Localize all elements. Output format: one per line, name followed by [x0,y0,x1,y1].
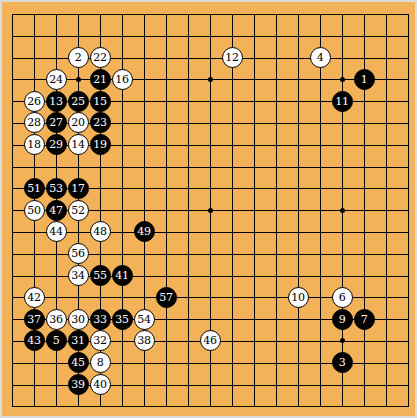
intersection[interactable] [177,68,199,90]
intersection[interactable]: 42 [23,286,45,308]
intersection[interactable] [353,395,375,417]
intersection[interactable] [177,286,199,308]
intersection[interactable] [353,112,375,134]
intersection[interactable] [111,352,133,374]
intersection[interactable] [375,243,397,265]
intersection[interactable]: 47 [45,199,67,221]
intersection[interactable] [287,265,309,287]
intersection[interactable] [111,221,133,243]
intersection[interactable] [375,221,397,243]
intersection[interactable] [199,352,221,374]
intersection[interactable]: 9 [331,308,353,330]
intersection[interactable] [375,68,397,90]
intersection[interactable] [45,243,67,265]
intersection[interactable] [397,156,417,178]
intersection[interactable] [287,177,309,199]
intersection[interactable] [353,25,375,47]
intersection[interactable] [265,374,287,396]
intersection[interactable] [155,25,177,47]
intersection[interactable] [287,221,309,243]
intersection[interactable] [111,177,133,199]
intersection[interactable] [23,352,45,374]
intersection[interactable] [375,47,397,69]
intersection[interactable]: 51 [23,177,45,199]
intersection[interactable] [265,47,287,69]
intersection[interactable] [309,177,331,199]
intersection[interactable] [287,352,309,374]
intersection[interactable]: 14 [67,134,89,156]
intersection[interactable] [89,243,111,265]
intersection[interactable] [309,243,331,265]
intersection[interactable]: 23 [89,112,111,134]
intersection[interactable] [309,352,331,374]
intersection[interactable] [1,68,23,90]
intersection[interactable] [221,177,243,199]
intersection[interactable] [89,25,111,47]
intersection[interactable] [221,90,243,112]
intersection[interactable] [199,90,221,112]
intersection[interactable]: 3 [331,352,353,374]
intersection[interactable] [397,134,417,156]
intersection[interactable] [397,286,417,308]
intersection[interactable]: 45 [67,352,89,374]
intersection[interactable]: 36 [45,308,67,330]
intersection[interactable] [243,90,265,112]
intersection[interactable]: 22 [89,47,111,69]
intersection[interactable] [177,243,199,265]
intersection[interactable]: 11 [331,90,353,112]
intersection[interactable]: 25 [67,90,89,112]
intersection[interactable] [1,374,23,396]
intersection[interactable] [353,3,375,25]
intersection[interactable]: 57 [155,286,177,308]
intersection[interactable] [177,374,199,396]
intersection[interactable] [287,68,309,90]
intersection[interactable] [331,199,353,221]
intersection[interactable]: 37 [23,308,45,330]
intersection[interactable] [111,3,133,25]
intersection[interactable]: 50 [23,199,45,221]
intersection[interactable]: 15 [89,90,111,112]
intersection[interactable] [221,221,243,243]
intersection[interactable] [1,265,23,287]
intersection[interactable] [243,156,265,178]
intersection[interactable] [375,25,397,47]
intersection[interactable] [243,265,265,287]
intersection[interactable] [111,134,133,156]
intersection[interactable] [331,330,353,352]
intersection[interactable] [265,308,287,330]
intersection[interactable] [375,395,397,417]
intersection[interactable] [375,112,397,134]
intersection[interactable] [177,156,199,178]
intersection[interactable] [1,308,23,330]
intersection[interactable] [221,156,243,178]
intersection[interactable] [287,90,309,112]
intersection[interactable] [353,265,375,287]
intersection[interactable] [309,134,331,156]
intersection[interactable] [221,395,243,417]
intersection[interactable]: 28 [23,112,45,134]
intersection[interactable] [265,90,287,112]
intersection[interactable] [177,308,199,330]
intersection[interactable] [177,47,199,69]
intersection[interactable] [265,265,287,287]
intersection[interactable] [397,395,417,417]
intersection[interactable] [45,265,67,287]
intersection[interactable] [155,68,177,90]
intersection[interactable]: 34 [67,265,89,287]
intersection[interactable] [23,3,45,25]
intersection[interactable] [155,374,177,396]
intersection[interactable] [375,374,397,396]
intersection[interactable]: 7 [353,308,375,330]
intersection[interactable] [199,286,221,308]
intersection[interactable]: 13 [45,90,67,112]
intersection[interactable] [177,265,199,287]
intersection[interactable] [133,199,155,221]
intersection[interactable] [265,156,287,178]
intersection[interactable] [199,308,221,330]
intersection[interactable] [265,112,287,134]
intersection[interactable] [243,112,265,134]
intersection[interactable] [133,68,155,90]
intersection[interactable] [111,112,133,134]
intersection[interactable] [375,199,397,221]
intersection[interactable] [243,221,265,243]
intersection[interactable] [331,3,353,25]
intersection[interactable] [45,25,67,47]
intersection[interactable] [309,68,331,90]
intersection[interactable]: 32 [89,330,111,352]
intersection[interactable] [221,243,243,265]
intersection[interactable] [353,199,375,221]
intersection[interactable] [265,352,287,374]
intersection[interactable] [221,25,243,47]
intersection[interactable] [309,25,331,47]
intersection[interactable] [67,3,89,25]
intersection[interactable] [309,265,331,287]
intersection[interactable] [111,47,133,69]
intersection[interactable]: 16 [111,68,133,90]
intersection[interactable] [199,134,221,156]
intersection[interactable] [111,286,133,308]
intersection[interactable] [221,308,243,330]
intersection[interactable] [155,3,177,25]
intersection[interactable] [375,177,397,199]
intersection[interactable] [221,112,243,134]
intersection[interactable] [89,199,111,221]
intersection[interactable] [155,243,177,265]
intersection[interactable] [89,156,111,178]
intersection[interactable] [23,25,45,47]
intersection[interactable] [353,243,375,265]
intersection[interactable] [221,68,243,90]
intersection[interactable] [397,243,417,265]
intersection[interactable] [133,395,155,417]
intersection[interactable] [177,352,199,374]
intersection[interactable] [243,395,265,417]
intersection[interactable] [375,134,397,156]
intersection[interactable] [111,156,133,178]
intersection[interactable]: 2 [67,47,89,69]
intersection[interactable] [177,177,199,199]
intersection[interactable] [199,265,221,287]
intersection[interactable] [133,177,155,199]
intersection[interactable] [1,243,23,265]
intersection[interactable] [133,90,155,112]
intersection[interactable] [133,374,155,396]
intersection[interactable] [133,47,155,69]
intersection[interactable]: 4 [309,47,331,69]
intersection[interactable]: 48 [89,221,111,243]
intersection[interactable] [397,25,417,47]
intersection[interactable] [309,90,331,112]
intersection[interactable] [67,25,89,47]
intersection[interactable] [375,156,397,178]
intersection[interactable] [309,112,331,134]
intersection[interactable] [23,47,45,69]
intersection[interactable] [1,3,23,25]
intersection[interactable] [111,243,133,265]
intersection[interactable] [133,25,155,47]
intersection[interactable] [199,47,221,69]
intersection[interactable] [133,3,155,25]
intersection[interactable] [265,25,287,47]
intersection[interactable] [375,3,397,25]
intersection[interactable] [265,286,287,308]
intersection[interactable]: 53 [45,177,67,199]
intersection[interactable] [155,395,177,417]
intersection[interactable] [199,68,221,90]
intersection[interactable] [177,90,199,112]
intersection[interactable] [375,352,397,374]
intersection[interactable] [133,134,155,156]
intersection[interactable] [221,374,243,396]
intersection[interactable] [67,221,89,243]
intersection[interactable] [287,243,309,265]
intersection[interactable] [45,352,67,374]
intersection[interactable] [331,47,353,69]
intersection[interactable] [45,395,67,417]
intersection[interactable] [155,265,177,287]
intersection[interactable] [287,25,309,47]
intersection[interactable] [397,3,417,25]
intersection[interactable] [1,134,23,156]
intersection[interactable] [331,112,353,134]
intersection[interactable]: 20 [67,112,89,134]
intersection[interactable] [155,177,177,199]
intersection[interactable] [397,112,417,134]
intersection[interactable] [309,286,331,308]
intersection[interactable] [1,47,23,69]
intersection[interactable] [265,177,287,199]
intersection[interactable] [287,3,309,25]
intersection[interactable] [177,3,199,25]
intersection[interactable]: 52 [67,199,89,221]
intersection[interactable] [1,395,23,417]
intersection[interactable] [243,134,265,156]
intersection[interactable]: 1 [353,68,375,90]
intersection[interactable] [287,47,309,69]
intersection[interactable] [199,112,221,134]
intersection[interactable]: 39 [67,374,89,396]
intersection[interactable] [67,286,89,308]
intersection[interactable] [133,156,155,178]
intersection[interactable] [133,243,155,265]
intersection[interactable] [1,25,23,47]
intersection[interactable] [45,374,67,396]
intersection[interactable] [397,308,417,330]
intersection[interactable]: 26 [23,90,45,112]
intersection[interactable] [23,265,45,287]
intersection[interactable]: 24 [45,68,67,90]
intersection[interactable] [331,395,353,417]
intersection[interactable] [155,134,177,156]
intersection[interactable]: 12 [221,47,243,69]
intersection[interactable] [353,156,375,178]
intersection[interactable] [155,90,177,112]
intersection[interactable] [1,90,23,112]
intersection[interactable] [243,199,265,221]
intersection[interactable] [23,221,45,243]
intersection[interactable] [155,112,177,134]
intersection[interactable] [155,47,177,69]
intersection[interactable] [1,330,23,352]
intersection[interactable] [221,286,243,308]
intersection[interactable]: 38 [133,330,155,352]
intersection[interactable] [265,199,287,221]
intersection[interactable] [111,330,133,352]
intersection[interactable] [177,134,199,156]
intersection[interactable] [287,308,309,330]
intersection[interactable] [89,286,111,308]
intersection[interactable] [331,265,353,287]
intersection[interactable] [353,286,375,308]
intersection[interactable] [199,374,221,396]
intersection[interactable]: 10 [287,286,309,308]
intersection[interactable] [265,3,287,25]
intersection[interactable] [397,68,417,90]
intersection[interactable] [265,221,287,243]
intersection[interactable] [353,374,375,396]
intersection[interactable]: 46 [199,330,221,352]
intersection[interactable] [309,199,331,221]
intersection[interactable] [397,199,417,221]
intersection[interactable] [375,308,397,330]
intersection[interactable] [155,221,177,243]
intersection[interactable] [1,199,23,221]
intersection[interactable] [353,177,375,199]
intersection[interactable] [67,156,89,178]
intersection[interactable] [397,90,417,112]
intersection[interactable] [133,112,155,134]
intersection[interactable] [243,68,265,90]
intersection[interactable] [287,199,309,221]
intersection[interactable]: 33 [89,308,111,330]
intersection[interactable]: 56 [67,243,89,265]
intersection[interactable]: 44 [45,221,67,243]
intersection[interactable]: 54 [133,308,155,330]
intersection[interactable] [243,352,265,374]
intersection[interactable] [1,286,23,308]
intersection[interactable] [23,156,45,178]
intersection[interactable] [397,352,417,374]
intersection[interactable] [177,395,199,417]
intersection[interactable] [397,47,417,69]
intersection[interactable] [309,395,331,417]
intersection[interactable] [89,177,111,199]
intersection[interactable] [331,374,353,396]
intersection[interactable] [111,90,133,112]
intersection[interactable] [23,374,45,396]
intersection[interactable] [287,156,309,178]
intersection[interactable] [155,156,177,178]
intersection[interactable] [243,243,265,265]
intersection[interactable] [177,112,199,134]
intersection[interactable] [221,199,243,221]
intersection[interactable] [199,243,221,265]
intersection[interactable] [221,3,243,25]
intersection[interactable] [353,352,375,374]
intersection[interactable] [353,90,375,112]
intersection[interactable]: 5 [45,330,67,352]
intersection[interactable] [177,25,199,47]
intersection[interactable] [331,25,353,47]
intersection[interactable]: 18 [23,134,45,156]
intersection[interactable] [331,243,353,265]
intersection[interactable] [309,3,331,25]
intersection[interactable]: 6 [331,286,353,308]
intersection[interactable] [287,134,309,156]
intersection[interactable] [375,286,397,308]
intersection[interactable] [287,395,309,417]
intersection[interactable] [397,177,417,199]
intersection[interactable] [353,330,375,352]
intersection[interactable] [309,330,331,352]
intersection[interactable] [67,68,89,90]
intersection[interactable]: 31 [67,330,89,352]
intersection[interactable] [397,330,417,352]
intersection[interactable] [199,3,221,25]
intersection[interactable] [265,243,287,265]
intersection[interactable]: 35 [111,308,133,330]
intersection[interactable] [199,221,221,243]
intersection[interactable]: 30 [67,308,89,330]
intersection[interactable] [1,221,23,243]
intersection[interactable] [375,330,397,352]
intersection[interactable] [243,308,265,330]
intersection[interactable] [221,134,243,156]
intersection[interactable] [331,156,353,178]
intersection[interactable] [265,134,287,156]
intersection[interactable] [265,395,287,417]
intersection[interactable] [243,286,265,308]
intersection[interactable] [221,265,243,287]
intersection[interactable]: 8 [89,352,111,374]
intersection[interactable] [243,3,265,25]
intersection[interactable] [89,3,111,25]
intersection[interactable] [155,330,177,352]
intersection[interactable] [353,221,375,243]
intersection[interactable] [111,199,133,221]
intersection[interactable] [177,199,199,221]
intersection[interactable] [111,25,133,47]
intersection[interactable]: 55 [89,265,111,287]
intersection[interactable] [243,374,265,396]
intersection[interactable] [331,177,353,199]
intersection[interactable] [265,68,287,90]
